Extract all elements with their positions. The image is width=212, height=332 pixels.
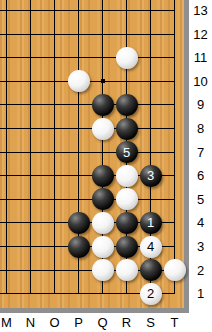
row-label-7: 7 (189, 144, 212, 160)
move-number: 5 (116, 141, 138, 163)
grid-line-vertical (54, 0, 55, 294)
black-stone-P3[interactable] (68, 236, 90, 258)
white-stone-R6[interactable] (116, 165, 138, 187)
black-stone-S2[interactable] (140, 259, 162, 281)
go-diagram: 53142 13121110987654321 MNOPQRST (0, 0, 212, 332)
black-stone-R4[interactable] (116, 212, 138, 234)
column-label-S: S (139, 313, 163, 331)
grid-line-horizontal (0, 57, 175, 58)
star-point (101, 79, 105, 83)
move-number: 4 (140, 236, 162, 258)
move-number: 2 (140, 283, 162, 305)
white-stone-Q3[interactable] (92, 236, 114, 258)
column-label-P: P (67, 313, 91, 331)
white-stone-P10[interactable] (68, 70, 90, 92)
black-stone-S6[interactable]: 3 (140, 165, 162, 187)
grid-line-vertical (174, 0, 175, 294)
column-label-M: M (0, 313, 19, 331)
row-label-12: 12 (189, 26, 212, 42)
black-stone-P4[interactable] (68, 212, 90, 234)
grid-line-vertical (6, 0, 7, 294)
white-stone-T2[interactable] (164, 259, 186, 281)
row-label-13: 13 (189, 3, 212, 19)
row-label-9: 9 (189, 97, 212, 113)
row-label-2: 2 (189, 262, 212, 278)
black-stone-Q6[interactable] (92, 165, 114, 187)
grid-line-horizontal (0, 34, 175, 35)
white-stone-Q2[interactable] (92, 259, 114, 281)
row-label-1: 1 (189, 286, 212, 302)
row-label-6: 6 (189, 168, 212, 184)
black-stone-R9[interactable] (116, 94, 138, 116)
row-label-10: 10 (189, 73, 212, 89)
move-number: 1 (140, 212, 162, 234)
row-label-3: 3 (189, 239, 212, 255)
go-board[interactable]: 53142 (0, 0, 189, 313)
black-stone-R3[interactable] (116, 236, 138, 258)
grid-line-vertical (30, 0, 31, 294)
black-stone-S4[interactable]: 1 (140, 212, 162, 234)
row-label-11: 11 (189, 50, 212, 66)
row-label-8: 8 (189, 121, 212, 137)
grid-line-horizontal (0, 10, 175, 11)
black-stone-R8[interactable] (116, 118, 138, 140)
black-stone-R7[interactable]: 5 (116, 141, 138, 163)
black-stone-Q5[interactable] (92, 188, 114, 210)
column-label-R: R (115, 313, 139, 331)
column-label-Q: Q (91, 313, 115, 331)
grid-line-horizontal (0, 152, 175, 153)
column-label-T: T (163, 313, 187, 331)
move-number: 3 (140, 165, 162, 187)
white-stone-S1[interactable]: 2 (140, 283, 162, 305)
black-stone-Q9[interactable] (92, 94, 114, 116)
white-stone-R5[interactable] (116, 188, 138, 210)
row-label-5: 5 (189, 191, 212, 207)
white-stone-S3[interactable]: 4 (140, 236, 162, 258)
grid-line-horizontal (0, 104, 175, 105)
white-stone-Q4[interactable] (92, 212, 114, 234)
grid-line-horizontal (0, 199, 175, 200)
grid-line-horizontal (0, 128, 175, 129)
white-stone-R11[interactable] (116, 47, 138, 69)
column-label-O: O (43, 313, 67, 331)
row-label-4: 4 (189, 215, 212, 231)
white-stone-R2[interactable] (116, 259, 138, 281)
column-label-N: N (19, 313, 43, 331)
white-stone-Q8[interactable] (92, 118, 114, 140)
